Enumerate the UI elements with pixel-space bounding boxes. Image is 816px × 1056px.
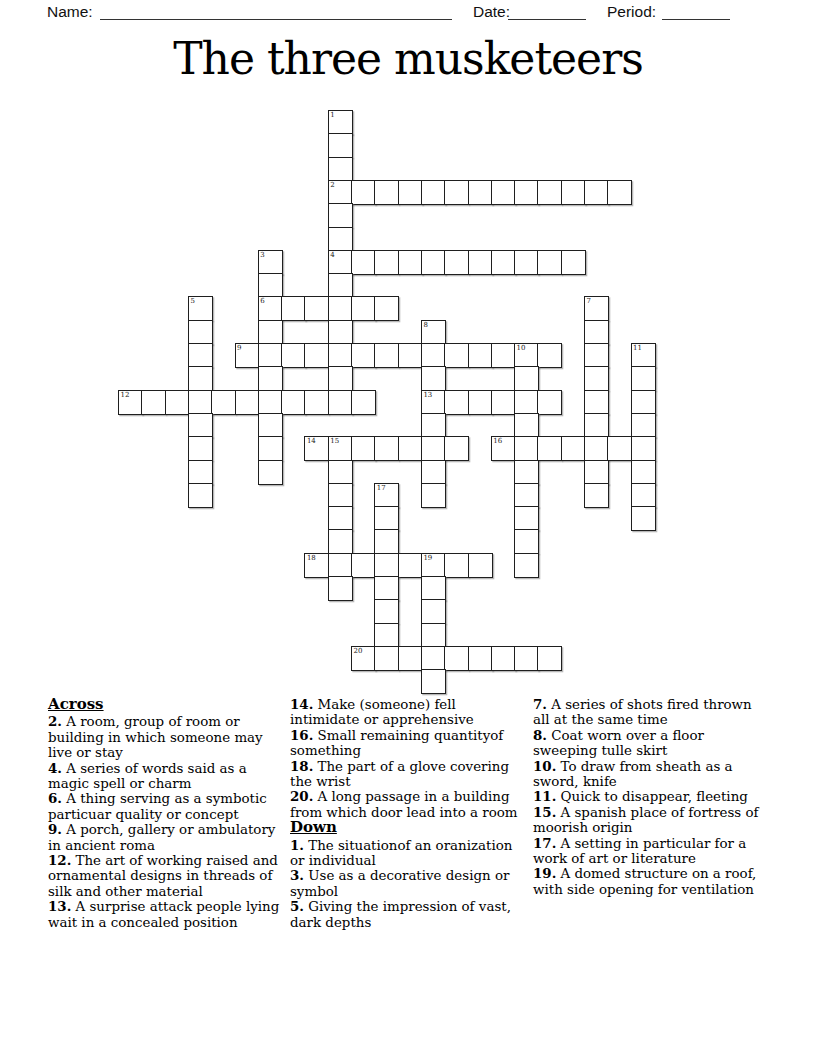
- cell-r3-c12[interactable]: [398, 180, 423, 205]
- clue-number-13: 13: [423, 391, 432, 399]
- clue-down-3: 3. Use as a decorative design or symbol: [290, 868, 528, 899]
- across-clues-group-2: 14. Make (someone) fell intimidate or ap…: [290, 697, 528, 820]
- cell-r22-c13[interactable]: [421, 623, 446, 648]
- cell-r23-c18[interactable]: [537, 646, 562, 671]
- cell-r15-c3[interactable]: [188, 460, 213, 485]
- name-blank-line: [100, 3, 452, 20]
- clue-across-2: 2. A room, group of room or building in …: [48, 714, 284, 760]
- cell-r24-c13[interactable]: [421, 669, 446, 694]
- cell-r17-c22[interactable]: [631, 506, 656, 531]
- cell-r7-c6[interactable]: [258, 273, 283, 298]
- clue-down-1: 1. The situationof an oranization or ind…: [290, 838, 528, 869]
- cell-r3-c17[interactable]: [514, 180, 539, 205]
- cell-r2-c9[interactable]: [328, 157, 353, 182]
- cell-r6-c18[interactable]: [537, 250, 562, 275]
- cell-r14-c11[interactable]: [374, 436, 399, 461]
- clue-number-12: 12: [121, 391, 130, 399]
- cell-r8-c10[interactable]: [351, 296, 376, 321]
- cell-r19-c12[interactable]: [398, 553, 423, 578]
- clue-number-6: 6: [260, 297, 264, 305]
- clue-across-9-number: 9.: [48, 821, 62, 837]
- cell-r11-c3[interactable]: [188, 366, 213, 391]
- clue-number-19: 19: [423, 554, 432, 562]
- cell-r8-c20[interactable]: 7: [584, 296, 609, 321]
- cell-r14-c3[interactable]: [188, 436, 213, 461]
- clue-down-17: 17. A setting in particular for a work o…: [533, 836, 769, 867]
- cell-r11-c17[interactable]: [514, 366, 539, 391]
- clue-number-18: 18: [307, 554, 316, 562]
- clue-number-8: 8: [423, 321, 427, 329]
- clue-number-10: 10: [517, 344, 526, 352]
- cell-r14-c19[interactable]: [561, 436, 586, 461]
- clue-across-13-number: 13.: [48, 898, 71, 914]
- clue-down-10: 10. To draw from sheath as a sword, knif…: [533, 759, 769, 790]
- cell-r8-c9[interactable]: [328, 296, 353, 321]
- cell-r15-c13[interactable]: [421, 460, 446, 485]
- cell-r17-c11[interactable]: [374, 506, 399, 531]
- cell-r0-c9[interactable]: 1: [328, 110, 353, 135]
- clue-number-15: 15: [330, 437, 339, 445]
- cell-r10-c8[interactable]: [304, 343, 329, 368]
- cell-r18-c17[interactable]: [514, 529, 539, 554]
- cell-r6-c17[interactable]: [514, 250, 539, 275]
- cell-r21-c13[interactable]: [421, 599, 446, 624]
- cell-r16-c22[interactable]: [631, 483, 656, 508]
- cell-r23-c11[interactable]: [374, 646, 399, 671]
- cell-r8-c8[interactable]: [304, 296, 329, 321]
- clue-number-7: 7: [587, 297, 591, 305]
- clue-number-11: 11: [633, 344, 642, 352]
- cell-r22-c11[interactable]: [374, 623, 399, 648]
- cell-r19-c17[interactable]: [514, 553, 539, 578]
- cell-r14-c13[interactable]: [421, 436, 446, 461]
- cell-r6-c12[interactable]: [398, 250, 423, 275]
- clue-number-4: 4: [330, 251, 334, 259]
- clue-across-4-number: 4.: [48, 760, 62, 776]
- cell-r10-c12[interactable]: [398, 343, 423, 368]
- clue-down-8-number: 8.: [533, 727, 547, 743]
- cell-r11-c9[interactable]: [328, 366, 353, 391]
- cell-r7-c9[interactable]: [328, 273, 353, 298]
- clues-column-3: 7. A series of shots fired thrown all at…: [533, 697, 769, 897]
- cell-r3-c21[interactable]: [607, 180, 632, 205]
- cell-r12-c17[interactable]: [514, 390, 539, 415]
- cell-r3-c13[interactable]: [421, 180, 446, 205]
- clue-number-20: 20: [354, 647, 363, 655]
- cell-r10-c18[interactable]: [537, 343, 562, 368]
- clue-down-10-number: 10.: [533, 758, 556, 774]
- cell-r10-c16[interactable]: [491, 343, 516, 368]
- clue-across-13: 13. A surprise attack people lying wait …: [48, 899, 284, 930]
- clue-across-16: 16. Small remaining quantityof something: [290, 728, 528, 759]
- cell-r8-c7[interactable]: [281, 296, 306, 321]
- cell-r20-c13[interactable]: [421, 576, 446, 601]
- clue-number-17: 17: [377, 484, 386, 492]
- cell-r3-c15[interactable]: [468, 180, 493, 205]
- cell-r10-c3[interactable]: [188, 343, 213, 368]
- cell-r6-c19[interactable]: [561, 250, 586, 275]
- clue-down-15: 15. A spanish place of fortress of moori…: [533, 805, 769, 836]
- cell-r15-c17[interactable]: [514, 460, 539, 485]
- across-header: Across: [48, 697, 284, 712]
- cell-r16-c11[interactable]: 17: [374, 483, 399, 508]
- cell-r23-c10[interactable]: 20: [351, 646, 376, 671]
- cell-r14-c16[interactable]: 16: [491, 436, 516, 461]
- cell-r10-c13[interactable]: [421, 343, 446, 368]
- clue-across-20-number: 20.: [290, 788, 313, 804]
- name-label: Name:: [47, 3, 93, 21]
- cell-r11-c6[interactable]: [258, 366, 283, 391]
- down-clues-group-1: 1. The situationof an oranization or ind…: [290, 838, 528, 930]
- cell-r12-c22[interactable]: [631, 390, 656, 415]
- clue-down-17-number: 17.: [533, 835, 556, 851]
- cell-r3-c10[interactable]: [351, 180, 376, 205]
- cell-r18-c9[interactable]: [328, 529, 353, 554]
- cell-r19-c8[interactable]: 18: [304, 553, 329, 578]
- cell-r10-c15[interactable]: [468, 343, 493, 368]
- period-blank-line: [662, 3, 730, 20]
- clue-across-20: 20. A long passage in a building from wh…: [290, 789, 528, 820]
- cell-r19-c9[interactable]: [328, 553, 353, 578]
- clue-across-12: 12. The art of working raised and orname…: [48, 853, 284, 899]
- cell-r6-c9[interactable]: 4: [328, 250, 353, 275]
- cell-r10-c7[interactable]: [281, 343, 306, 368]
- cell-r8-c6[interactable]: 6: [258, 296, 283, 321]
- clue-down-19-number: 19.: [533, 865, 556, 881]
- clue-number-3: 3: [260, 251, 264, 259]
- cell-r3-c11[interactable]: [374, 180, 399, 205]
- cell-r8-c3[interactable]: 5: [188, 296, 213, 321]
- cell-r17-c17[interactable]: [514, 506, 539, 531]
- across-clues-group-1: 2. A room, group of room or building in …: [48, 714, 284, 930]
- cell-r6-c11[interactable]: [374, 250, 399, 275]
- clue-number-16: 16: [493, 437, 502, 445]
- cell-r12-c1[interactable]: [141, 390, 166, 415]
- clue-number-9: 9: [237, 344, 241, 352]
- cell-r23-c13[interactable]: [421, 646, 446, 671]
- cell-r13-c13[interactable]: [421, 413, 446, 438]
- cell-r12-c4[interactable]: [211, 390, 236, 415]
- cell-r13-c3[interactable]: [188, 413, 213, 438]
- cell-r3-c18[interactable]: [537, 180, 562, 205]
- clue-number-14: 14: [307, 437, 316, 445]
- clue-down-5: 5. Giving the impression of vast, dark d…: [290, 899, 528, 930]
- clue-number-2: 2: [330, 181, 334, 189]
- worksheet-page: { "game": "crossword", "title": "The thr…: [0, 0, 816, 1056]
- cell-r19-c11[interactable]: [374, 553, 399, 578]
- cell-r9-c9[interactable]: [328, 320, 353, 345]
- clue-across-9: 9. A porch, gallery or ambulatory in anc…: [48, 822, 284, 853]
- cell-r12-c9[interactable]: [328, 390, 353, 415]
- cell-r12-c20[interactable]: [584, 390, 609, 415]
- cell-r1-c9[interactable]: [328, 133, 353, 158]
- cell-r10-c10[interactable]: [351, 343, 376, 368]
- clue-down-19: 19. A domed structure on a roof, with si…: [533, 866, 769, 897]
- cell-r14-c20[interactable]: [584, 436, 609, 461]
- clue-across-18-number: 18.: [290, 758, 313, 774]
- cell-r11-c13[interactable]: [421, 366, 446, 391]
- clue-across-18: 18. The part of a glove covering the wri…: [290, 759, 528, 790]
- cell-r10-c14[interactable]: [444, 343, 469, 368]
- cell-r6-c13[interactable]: [421, 250, 446, 275]
- cell-r5-c9[interactable]: [328, 227, 353, 252]
- cell-r12-c10[interactable]: [351, 390, 376, 415]
- cell-r19-c10[interactable]: [351, 553, 376, 578]
- cell-r12-c14[interactable]: [444, 390, 469, 415]
- clue-down-7-number: 7.: [533, 696, 547, 712]
- clue-across-4: 4. A series of words said as a magic spe…: [48, 761, 284, 792]
- clue-across-6-number: 6.: [48, 790, 62, 806]
- cell-r12-c2[interactable]: [165, 390, 190, 415]
- cell-r19-c14[interactable]: [444, 553, 469, 578]
- cell-r3-c14[interactable]: [444, 180, 469, 205]
- cell-r10-c5[interactable]: 9: [235, 343, 260, 368]
- cell-r12-c8[interactable]: [304, 390, 329, 415]
- clue-across-14: 14. Make (someone) fell intimidate or ap…: [290, 697, 528, 728]
- page-title: The three musketeers: [0, 33, 816, 84]
- cell-r14-c8[interactable]: 14: [304, 436, 329, 461]
- cell-r12-c6[interactable]: [258, 390, 283, 415]
- cell-r15-c6[interactable]: [258, 460, 283, 485]
- cell-r19-c15[interactable]: [468, 553, 493, 578]
- cell-r14-c6[interactable]: [258, 436, 283, 461]
- cell-r20-c9[interactable]: [328, 576, 353, 601]
- cell-r16-c13[interactable]: [421, 483, 446, 508]
- cell-r13-c6[interactable]: [258, 413, 283, 438]
- cell-r12-c15[interactable]: [468, 390, 493, 415]
- cell-r16-c17[interactable]: [514, 483, 539, 508]
- cell-r13-c22[interactable]: [631, 413, 656, 438]
- cell-r23-c15[interactable]: [468, 646, 493, 671]
- cell-r3-c16[interactable]: [491, 180, 516, 205]
- date-blank-line: [508, 3, 586, 20]
- cell-r20-c11[interactable]: [374, 576, 399, 601]
- cell-r14-c10[interactable]: [351, 436, 376, 461]
- down-header: Down: [290, 820, 528, 835]
- cell-r9-c20[interactable]: [584, 320, 609, 345]
- clue-across-16-number: 16.: [290, 727, 313, 743]
- cell-r18-c11[interactable]: [374, 529, 399, 554]
- cell-r10-c17[interactable]: 10: [514, 343, 539, 368]
- clues-column-1: Across 2. A room, group of room or build…: [48, 697, 284, 930]
- clue-down-11-number: 11.: [533, 788, 556, 804]
- cell-r11-c20[interactable]: [584, 366, 609, 391]
- cell-r6-c14[interactable]: [444, 250, 469, 275]
- cell-r15-c20[interactable]: [584, 460, 609, 485]
- cell-r10-c22[interactable]: 11: [631, 343, 656, 368]
- cell-r9-c3[interactable]: [188, 320, 213, 345]
- cell-r12-c13[interactable]: 13: [421, 390, 446, 415]
- cell-r15-c22[interactable]: [631, 460, 656, 485]
- crossword-grid: 1234567891011121314151617181920: [118, 110, 656, 695]
- cell-r12-c18[interactable]: [537, 390, 562, 415]
- cell-r6-c15[interactable]: [468, 250, 493, 275]
- clue-across-14-number: 14.: [290, 696, 313, 712]
- cell-r8-c11[interactable]: [374, 296, 399, 321]
- cell-r4-c9[interactable]: [328, 203, 353, 228]
- date-label: Date:: [473, 3, 510, 21]
- clue-down-11: 11. Quick to disappear, fleeting: [533, 789, 769, 804]
- cell-r13-c20[interactable]: [584, 413, 609, 438]
- cell-r10-c6[interactable]: [258, 343, 283, 368]
- cell-r21-c11[interactable]: [374, 599, 399, 624]
- cell-r3-c20[interactable]: [584, 180, 609, 205]
- cell-r12-c3[interactable]: [188, 390, 213, 415]
- cell-r3-c9[interactable]: 2: [328, 180, 353, 205]
- clue-across-2-number: 2.: [48, 713, 62, 729]
- clue-down-1-number: 1.: [290, 837, 304, 853]
- cell-r23-c17[interactable]: [514, 646, 539, 671]
- cell-r16-c20[interactable]: [584, 483, 609, 508]
- cell-r14-c9[interactable]: 15: [328, 436, 353, 461]
- clue-down-7: 7. A series of shots fired thrown all at…: [533, 697, 769, 728]
- cell-r14-c17[interactable]: [514, 436, 539, 461]
- cell-r17-c9[interactable]: [328, 506, 353, 531]
- cell-r9-c6[interactable]: [258, 320, 283, 345]
- cell-r6-c10[interactable]: [351, 250, 376, 275]
- cell-r14-c22[interactable]: [631, 436, 656, 461]
- cell-r12-c0[interactable]: 12: [118, 390, 143, 415]
- clue-across-12-number: 12.: [48, 852, 71, 868]
- period-label: Period:: [607, 3, 656, 21]
- clue-number-1: 1: [330, 111, 334, 119]
- cell-r16-c9[interactable]: [328, 483, 353, 508]
- clue-down-8: 8. Coat worn over a floor sweeping tulle…: [533, 728, 769, 759]
- clue-down-3-number: 3.: [290, 867, 304, 883]
- cell-r23-c16[interactable]: [491, 646, 516, 671]
- cell-r3-c19[interactable]: [561, 180, 586, 205]
- cell-r6-c6[interactable]: 3: [258, 250, 283, 275]
- cell-r14-c12[interactable]: [398, 436, 423, 461]
- cell-r9-c13[interactable]: 8: [421, 320, 446, 345]
- down-clues-group-2: 7. A series of shots fired thrown all at…: [533, 697, 769, 897]
- cell-r23-c14[interactable]: [444, 646, 469, 671]
- cell-r14-c14[interactable]: [444, 436, 469, 461]
- cell-r15-c9[interactable]: [328, 460, 353, 485]
- cell-r10-c9[interactable]: [328, 343, 353, 368]
- cell-r16-c3[interactable]: [188, 483, 213, 508]
- cell-r12-c5[interactable]: [235, 390, 260, 415]
- clue-down-5-number: 5.: [290, 898, 304, 914]
- cell-r14-c18[interactable]: [537, 436, 562, 461]
- cell-r10-c20[interactable]: [584, 343, 609, 368]
- clue-down-15-number: 15.: [533, 804, 556, 820]
- clue-across-6: 6. A thing serving as a symbotic particu…: [48, 791, 284, 822]
- cell-r11-c22[interactable]: [631, 366, 656, 391]
- cell-r12-c7[interactable]: [281, 390, 306, 415]
- cell-r19-c13[interactable]: 19: [421, 553, 446, 578]
- cell-r23-c12[interactable]: [398, 646, 423, 671]
- cell-r6-c16[interactable]: [491, 250, 516, 275]
- cell-r12-c16[interactable]: [491, 390, 516, 415]
- cell-r14-c21[interactable]: [607, 436, 632, 461]
- cell-r13-c17[interactable]: [514, 413, 539, 438]
- cell-r10-c11[interactable]: [374, 343, 399, 368]
- clues-column-2: 14. Make (someone) fell intimidate or ap…: [290, 697, 528, 930]
- clue-number-5: 5: [190, 297, 194, 305]
